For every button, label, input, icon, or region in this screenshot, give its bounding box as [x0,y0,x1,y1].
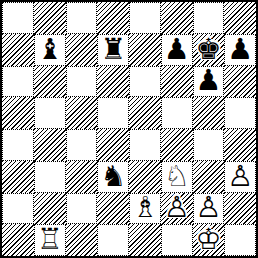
white-rook[interactable]: ♜♖ [35,225,65,255]
square-f1[interactable] [161,224,193,256]
black-knight[interactable]: ♞♞ [98,162,128,192]
black-bishop-glyph: ♝ [35,34,65,63]
square-a2[interactable] [2,193,34,225]
square-h8[interactable] [224,2,256,34]
square-a3[interactable] [2,161,34,193]
black-pawn[interactable]: ♟♟ [225,35,255,65]
black-king[interactable]: ♚♚ [193,34,225,66]
square-c1[interactable] [66,224,98,256]
square-g4[interactable] [193,129,225,161]
square-f4[interactable] [161,129,193,161]
black-pawn[interactable]: ♟♟ [162,35,192,65]
square-a5[interactable] [2,97,34,129]
square-b5[interactable] [34,97,66,129]
square-d1[interactable] [97,224,129,256]
white-pawn-glyph: ♙ [194,193,224,222]
square-h5[interactable] [224,97,256,129]
square-a8[interactable] [2,2,34,34]
square-a6[interactable] [2,66,34,98]
square-h1[interactable] [224,224,256,256]
square-g7[interactable]: ♚♚ [193,34,225,66]
black-king-glyph: ♚ [193,34,225,63]
square-d4[interactable] [97,129,129,161]
white-king[interactable]: ♚♔ [193,224,225,256]
square-e2[interactable]: ♝♗ [129,193,161,225]
black-bishop[interactable]: ♝♝ [35,35,65,65]
square-c4[interactable] [66,129,98,161]
black-rook[interactable]: ♜♜ [98,35,128,65]
square-f8[interactable] [161,2,193,34]
black-pawn-glyph: ♟ [162,34,192,63]
square-e8[interactable] [129,2,161,34]
square-f3[interactable]: ♞♘ [161,161,193,193]
chess-board: ♝♝♜♜♟♟♚♚♟♟♟♟♞♞♞♘♟♙♝♗♟♙♟♙♜♖♚♔ [2,2,256,256]
square-a4[interactable] [2,129,34,161]
black-pawn-glyph: ♟ [194,66,224,95]
square-c2[interactable] [66,193,98,225]
square-a1[interactable] [2,224,34,256]
chess-board-frame: ♝♝♜♜♟♟♚♚♟♟♟♟♞♞♞♘♟♙♝♗♟♙♟♙♜♖♚♔ [0,0,258,258]
square-b6[interactable] [34,66,66,98]
black-pawn[interactable]: ♟♟ [194,67,224,97]
white-pawn-glyph: ♙ [161,193,193,222]
white-pawn-glyph: ♙ [225,161,255,190]
square-f6[interactable] [161,66,193,98]
square-b2[interactable] [34,193,66,225]
square-h2[interactable] [224,193,256,225]
square-d7[interactable]: ♜♜ [97,34,129,66]
square-c6[interactable] [66,66,98,98]
square-g6[interactable]: ♟♟ [193,66,225,98]
square-e7[interactable] [129,34,161,66]
square-d3[interactable]: ♞♞ [97,161,129,193]
square-b3[interactable] [34,161,66,193]
square-h4[interactable] [224,129,256,161]
square-c5[interactable] [66,97,98,129]
black-rook-glyph: ♜ [98,34,128,63]
square-g5[interactable] [193,97,225,129]
white-king-glyph: ♔ [193,225,225,254]
square-g2[interactable]: ♟♙ [193,193,225,225]
square-g8[interactable] [193,2,225,34]
square-h6[interactable] [224,66,256,98]
white-bishop-glyph: ♗ [130,193,160,222]
square-d5[interactable] [97,97,129,129]
square-c8[interactable] [66,2,98,34]
square-b7[interactable]: ♝♝ [34,34,66,66]
white-bishop[interactable]: ♝♗ [130,194,160,224]
square-d6[interactable] [97,66,129,98]
square-f5[interactable] [161,97,193,129]
square-e5[interactable] [129,97,161,129]
square-b4[interactable] [34,129,66,161]
square-e4[interactable] [129,129,161,161]
square-a7[interactable] [2,34,34,66]
square-f7[interactable]: ♟♟ [161,34,193,66]
white-pawn[interactable]: ♟♙ [194,194,224,224]
square-d8[interactable] [97,2,129,34]
white-pawn[interactable]: ♟♙ [161,193,193,225]
white-rook-glyph: ♖ [35,225,65,254]
square-g1[interactable]: ♚♔ [193,224,225,256]
square-e3[interactable] [129,161,161,193]
square-b1[interactable]: ♜♖ [34,224,66,256]
square-d2[interactable] [97,193,129,225]
square-g3[interactable] [193,161,225,193]
black-pawn-glyph: ♟ [225,34,255,63]
square-h7[interactable]: ♟♟ [224,34,256,66]
square-f2[interactable]: ♟♙ [161,193,193,225]
square-h3[interactable]: ♟♙ [224,161,256,193]
square-e6[interactable] [129,66,161,98]
white-knight[interactable]: ♞♘ [162,162,192,192]
white-pawn[interactable]: ♟♙ [225,162,255,192]
square-c7[interactable] [66,34,98,66]
black-knight-glyph: ♞ [98,161,128,190]
square-c3[interactable] [66,161,98,193]
square-b8[interactable] [34,2,66,34]
white-knight-glyph: ♘ [162,161,192,190]
square-e1[interactable] [129,224,161,256]
